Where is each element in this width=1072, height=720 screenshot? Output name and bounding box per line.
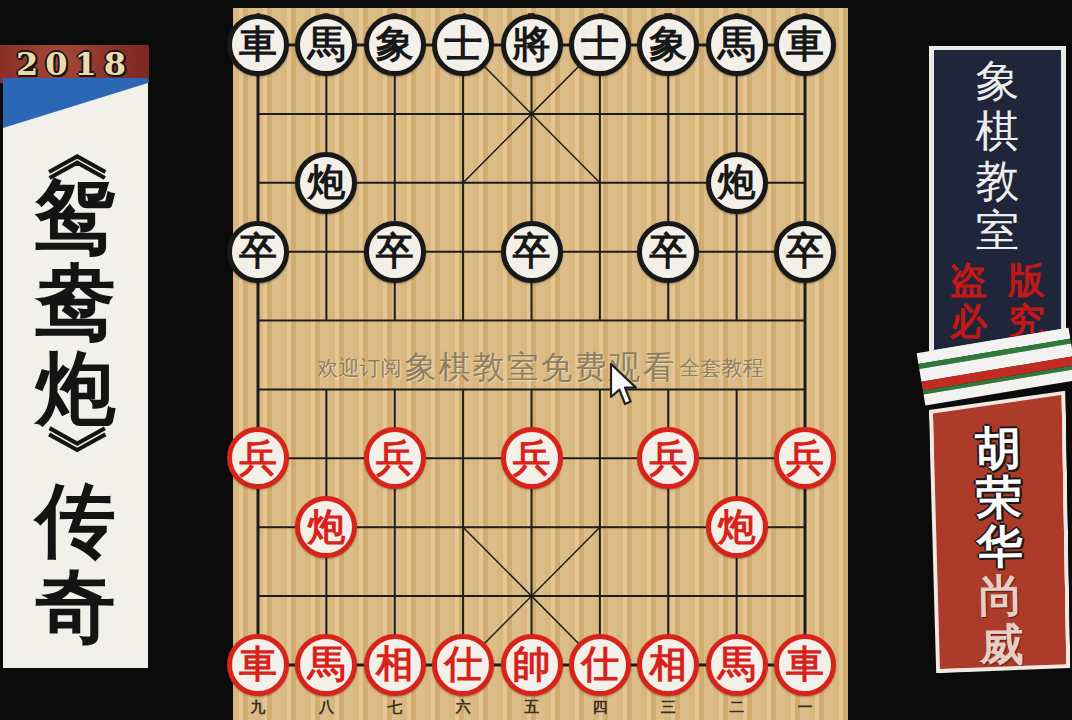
watermark-prefix: 欢迎订阅 (318, 354, 402, 382)
xiangqi-board: 123456789 九八七六五四三二一 車馬象士將士象馬車炮炮卒卒卒卒卒兵兵兵兵… (233, 8, 848, 720)
piece-red[interactable]: 仕 (569, 634, 631, 696)
piece-red[interactable]: 車 (227, 634, 289, 696)
piece-red[interactable]: 仕 (432, 634, 494, 696)
piece-black[interactable]: 炮 (295, 152, 357, 214)
piece-red[interactable]: 兵 (637, 427, 699, 489)
channel-char: 象 (976, 56, 1020, 106)
rank-label: 四 (580, 698, 620, 717)
names-banner-inner: 胡荣华尚威 (933, 395, 1067, 669)
warning-char: 必 (940, 301, 998, 342)
piece-black[interactable]: 士 (569, 14, 631, 76)
rank-label: 八 (306, 698, 346, 717)
piece-black[interactable]: 車 (774, 14, 836, 76)
piece-red[interactable]: 炮 (295, 496, 357, 558)
copyright-warning: 盗版必究 (940, 260, 1056, 342)
channel-watermark: 欢迎订阅 象棋教室免费观看 全套教程 (233, 346, 848, 390)
rank-label: 二 (717, 698, 757, 717)
piece-red[interactable]: 相 (364, 634, 426, 696)
piece-black[interactable]: 卒 (774, 221, 836, 283)
names-banner: 胡荣华尚威 (929, 391, 1071, 673)
name-primary-char: 荣 (975, 473, 1022, 523)
left-title-banner: 《鸳鸯炮》传奇 (3, 78, 148, 668)
piece-red[interactable]: 兵 (227, 427, 289, 489)
rank-label: 七 (375, 698, 415, 717)
channel-banner: 象棋教室 盗版必究 (929, 46, 1066, 360)
channel-char: 教 (976, 156, 1020, 206)
title-bracket: 》 (53, 424, 99, 486)
piece-red[interactable]: 兵 (364, 427, 426, 489)
rank-label: 一 (785, 698, 825, 717)
piece-black[interactable]: 馬 (295, 14, 357, 76)
piece-red[interactable]: 兵 (501, 427, 563, 489)
piece-black[interactable]: 卒 (501, 221, 563, 283)
piece-black[interactable]: 炮 (706, 152, 768, 214)
channel-char: 棋 (976, 106, 1020, 156)
piece-black[interactable]: 卒 (637, 221, 699, 283)
piece-red[interactable]: 車 (774, 634, 836, 696)
channel-char: 室 (976, 206, 1020, 256)
title-bracket: 《 (53, 120, 99, 182)
piece-black[interactable]: 象 (637, 14, 699, 76)
piece-black[interactable]: 將 (501, 14, 563, 76)
piece-red[interactable]: 帥 (501, 634, 563, 696)
title-char: 鸳 (36, 174, 116, 260)
piece-black[interactable]: 士 (432, 14, 494, 76)
warning-char: 版 (998, 260, 1056, 301)
piece-red[interactable]: 兵 (774, 427, 836, 489)
piece-black[interactable]: 卒 (227, 221, 289, 283)
warning-char: 盗 (940, 260, 998, 301)
name-secondary-char: 威 (979, 620, 1024, 670)
title-char: 奇 (36, 564, 116, 650)
name-secondary-char: 尚 (978, 571, 1023, 621)
piece-red[interactable]: 炮 (706, 496, 768, 558)
name-primary-char: 胡 (975, 424, 1022, 474)
mouse-cursor-icon (609, 362, 643, 410)
rank-label: 三 (648, 698, 688, 717)
piece-black[interactable]: 馬 (706, 14, 768, 76)
series-title-vertical: 《鸳鸯炮》传奇 (3, 128, 148, 650)
channel-title-vertical: 象棋教室 (976, 56, 1020, 256)
name-primary-char: 华 (976, 522, 1023, 572)
watermark-suffix: 全套教程 (680, 354, 764, 382)
title-char: 炮 (36, 346, 116, 432)
piece-red[interactable]: 馬 (706, 634, 768, 696)
title-char: 鸯 (36, 260, 116, 346)
rank-label: 九 (238, 698, 278, 717)
title-char: 传 (36, 478, 116, 564)
piece-black[interactable]: 車 (227, 14, 289, 76)
video-frame: 2018 《鸳鸯炮》传奇 123456789 九八七六五四三二一 車馬象士將士象… (0, 0, 1072, 720)
channel-banner-inner: 象棋教室 盗版必究 (934, 50, 1061, 350)
rank-label: 五 (512, 698, 552, 717)
piece-red[interactable]: 相 (637, 634, 699, 696)
piece-red[interactable]: 馬 (295, 634, 357, 696)
piece-black[interactable]: 象 (364, 14, 426, 76)
rank-label: 六 (443, 698, 483, 717)
piece-black[interactable]: 卒 (364, 221, 426, 283)
